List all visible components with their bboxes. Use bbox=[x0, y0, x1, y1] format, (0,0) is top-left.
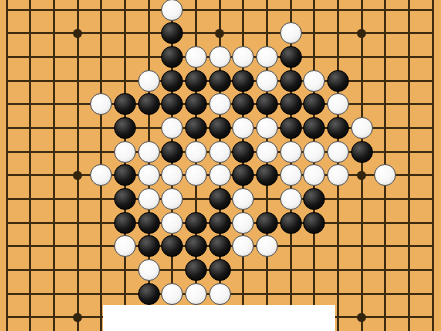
stone-white bbox=[232, 235, 254, 257]
star-point bbox=[357, 171, 366, 180]
stone-white bbox=[114, 235, 136, 257]
stone-white bbox=[161, 0, 183, 21]
stone-black bbox=[114, 212, 136, 234]
stone-white bbox=[161, 188, 183, 210]
stone-black bbox=[303, 212, 325, 234]
stone-black bbox=[280, 93, 302, 115]
stone-black bbox=[161, 93, 183, 115]
stone-black bbox=[185, 93, 207, 115]
stone-black bbox=[280, 70, 302, 92]
stone-white bbox=[209, 46, 231, 68]
grid-line-vertical bbox=[53, 0, 55, 331]
stone-white bbox=[256, 70, 278, 92]
stone-black bbox=[256, 164, 278, 186]
stone-white bbox=[374, 164, 396, 186]
stone-white bbox=[280, 164, 302, 186]
stone-black bbox=[138, 212, 160, 234]
stone-black bbox=[232, 141, 254, 163]
star-point bbox=[73, 313, 82, 322]
grid-line-vertical bbox=[29, 0, 31, 331]
stone-black bbox=[185, 259, 207, 281]
stone-white bbox=[161, 117, 183, 139]
stone-white bbox=[90, 93, 112, 115]
stone-black bbox=[232, 164, 254, 186]
stone-white bbox=[327, 141, 349, 163]
go-board-screenshot bbox=[0, 0, 441, 331]
stone-black bbox=[209, 235, 231, 257]
go-board[interactable] bbox=[0, 0, 441, 331]
stone-black bbox=[161, 70, 183, 92]
stone-black bbox=[114, 117, 136, 139]
stone-black bbox=[209, 70, 231, 92]
stone-white bbox=[280, 22, 302, 44]
stone-white bbox=[303, 70, 325, 92]
stone-white bbox=[185, 141, 207, 163]
stone-black bbox=[232, 70, 254, 92]
stone-white bbox=[256, 46, 278, 68]
stone-white bbox=[303, 141, 325, 163]
stone-white bbox=[232, 46, 254, 68]
stone-white bbox=[256, 117, 278, 139]
stone-black bbox=[185, 212, 207, 234]
star-point bbox=[357, 313, 366, 322]
stone-black bbox=[303, 93, 325, 115]
stone-white bbox=[138, 188, 160, 210]
stone-black bbox=[280, 212, 302, 234]
stone-white bbox=[161, 212, 183, 234]
stone-white bbox=[185, 46, 207, 68]
stone-black bbox=[303, 117, 325, 139]
stone-black bbox=[209, 188, 231, 210]
stone-white bbox=[232, 117, 254, 139]
stone-black bbox=[114, 164, 136, 186]
stone-black bbox=[161, 22, 183, 44]
stone-black bbox=[209, 212, 231, 234]
stone-black bbox=[327, 117, 349, 139]
stone-white bbox=[232, 212, 254, 234]
stone-white bbox=[161, 164, 183, 186]
stone-black bbox=[138, 235, 160, 257]
stone-white bbox=[138, 70, 160, 92]
grid-line-horizontal bbox=[6, 9, 433, 11]
stone-white bbox=[209, 141, 231, 163]
stone-black bbox=[280, 46, 302, 68]
stone-black bbox=[209, 259, 231, 281]
star-point bbox=[73, 29, 82, 38]
stone-black bbox=[185, 235, 207, 257]
stone-black bbox=[185, 70, 207, 92]
stone-black bbox=[138, 93, 160, 115]
stone-black bbox=[185, 117, 207, 139]
stone-black bbox=[256, 212, 278, 234]
stone-white bbox=[327, 93, 349, 115]
caption-cover-box bbox=[103, 305, 335, 331]
grid-line-vertical bbox=[6, 0, 8, 331]
stone-black bbox=[303, 188, 325, 210]
stone-white bbox=[209, 93, 231, 115]
stone-white bbox=[232, 188, 254, 210]
stone-white bbox=[185, 164, 207, 186]
stone-black bbox=[161, 235, 183, 257]
stone-white bbox=[256, 235, 278, 257]
stone-white bbox=[327, 164, 349, 186]
stone-white bbox=[185, 283, 207, 305]
grid-line-vertical bbox=[408, 0, 410, 331]
stone-white bbox=[209, 283, 231, 305]
stone-black bbox=[161, 141, 183, 163]
stone-white bbox=[209, 164, 231, 186]
stone-black bbox=[161, 46, 183, 68]
stone-white bbox=[138, 164, 160, 186]
stone-white bbox=[138, 141, 160, 163]
stone-white bbox=[351, 117, 373, 139]
stone-black bbox=[138, 283, 160, 305]
stone-black bbox=[232, 93, 254, 115]
stone-white bbox=[280, 188, 302, 210]
stone-white bbox=[138, 259, 160, 281]
grid-line-vertical bbox=[77, 0, 79, 331]
stone-white bbox=[280, 141, 302, 163]
star-point bbox=[215, 29, 224, 38]
stone-white bbox=[161, 283, 183, 305]
star-point bbox=[357, 29, 366, 38]
star-point bbox=[73, 171, 82, 180]
stone-black bbox=[114, 188, 136, 210]
stone-black bbox=[256, 93, 278, 115]
stone-black bbox=[209, 117, 231, 139]
stone-black bbox=[280, 117, 302, 139]
grid-line-vertical bbox=[432, 0, 434, 331]
stone-white bbox=[114, 141, 136, 163]
stone-black bbox=[114, 93, 136, 115]
stone-black bbox=[327, 70, 349, 92]
stone-black bbox=[351, 141, 373, 163]
stone-white bbox=[303, 164, 325, 186]
stone-white bbox=[256, 141, 278, 163]
grid-line-vertical bbox=[361, 0, 363, 331]
stone-white bbox=[90, 164, 112, 186]
